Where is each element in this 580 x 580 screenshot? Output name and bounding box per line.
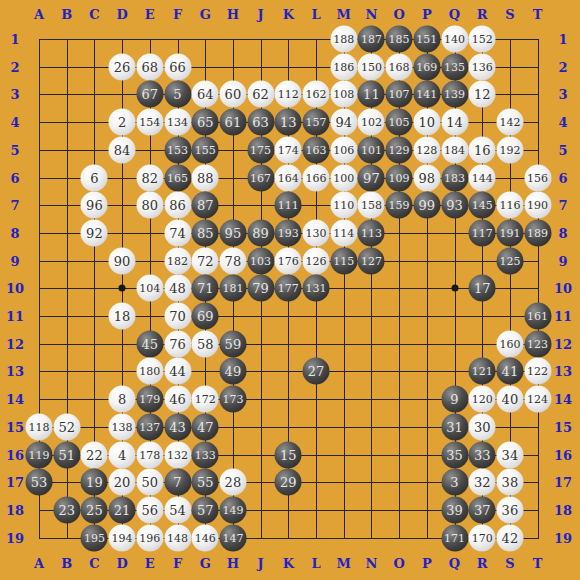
move-number: 61 (225, 116, 242, 129)
stone-F18: 54 (164, 496, 191, 523)
col-label-top-S: S (505, 7, 514, 22)
move-number: 167 (250, 172, 271, 183)
stone-M5: 106 (330, 136, 357, 163)
stone-P2: 169 (413, 53, 440, 80)
move-number: 121 (472, 366, 493, 377)
stone-H14: 173 (219, 386, 246, 413)
move-number: 97 (363, 171, 380, 184)
move-number: 159 (389, 200, 410, 211)
move-number: 181 (222, 283, 243, 294)
move-number: 39 (446, 503, 463, 516)
move-number: 190 (527, 200, 548, 211)
col-label-bottom-A: A (34, 556, 44, 571)
move-number: 23 (58, 503, 75, 516)
row-label-left-4: 4 (10, 115, 19, 130)
stone-K4: 13 (275, 109, 302, 136)
stone-J8: 89 (247, 219, 274, 246)
col-label-top-J: J (258, 7, 264, 22)
move-number: 169 (416, 61, 437, 72)
move-number: 56 (142, 503, 159, 516)
stone-L13: 27 (303, 358, 330, 385)
stone-G5: 155 (192, 136, 219, 163)
stone-R10: 17 (469, 275, 496, 302)
move-number: 80 (142, 199, 159, 212)
stone-C7: 96 (81, 192, 108, 219)
stone-S18: 36 (496, 496, 523, 523)
move-number: 25 (86, 503, 103, 516)
stone-F17: 7 (164, 469, 191, 496)
grid-line-horizontal (39, 371, 539, 372)
stone-E19: 196 (136, 524, 163, 551)
stone-K17: 29 (275, 469, 302, 496)
stone-F2: 66 (164, 53, 191, 80)
stone-Q18: 39 (441, 496, 468, 523)
move-number: 125 (499, 255, 520, 266)
stone-H12: 59 (219, 330, 246, 357)
stone-N5: 101 (358, 136, 385, 163)
move-number: 101 (361, 144, 382, 155)
stone-F19: 148 (164, 524, 191, 551)
stone-R8: 117 (469, 219, 496, 246)
row-label-right-11: 11 (554, 309, 572, 324)
stone-R5: 16 (469, 136, 496, 163)
col-label-bottom-M: M (336, 556, 350, 571)
col-label-top-Q: Q (449, 7, 460, 22)
move-number: 124 (527, 394, 548, 405)
move-number: 49 (225, 365, 242, 378)
row-label-right-13: 13 (554, 364, 572, 379)
row-label-right-15: 15 (554, 419, 572, 434)
col-label-top-F: F (173, 7, 182, 22)
move-number: 16 (474, 143, 491, 156)
move-number: 156 (527, 172, 548, 183)
stone-T6: 156 (524, 164, 551, 191)
stone-J9: 103 (247, 247, 274, 274)
stone-N6: 97 (358, 164, 385, 191)
move-number: 153 (167, 144, 188, 155)
move-number: 90 (114, 254, 131, 267)
move-number: 82 (142, 171, 159, 184)
stone-A15: 118 (26, 413, 53, 440)
row-label-right-10: 10 (554, 281, 572, 296)
stone-C8: 92 (81, 219, 108, 246)
move-number: 122 (527, 366, 548, 377)
row-label-right-14: 14 (554, 392, 572, 407)
move-number: 3 (450, 476, 458, 489)
move-number: 102 (361, 117, 382, 128)
stone-D14: 8 (109, 386, 136, 413)
move-number: 36 (502, 503, 519, 516)
col-label-top-A: A (34, 7, 44, 22)
row-label-left-7: 7 (10, 198, 19, 213)
move-number: 88 (197, 171, 214, 184)
move-number: 106 (333, 144, 354, 155)
stone-J3: 62 (247, 81, 274, 108)
stone-S5: 192 (496, 136, 523, 163)
stone-R6: 144 (469, 164, 496, 191)
move-number: 89 (252, 226, 269, 239)
stone-C19: 195 (81, 524, 108, 551)
stone-O5: 129 (386, 136, 413, 163)
stone-K5: 174 (275, 136, 302, 163)
row-label-left-2: 2 (10, 59, 19, 74)
stone-R15: 30 (469, 413, 496, 440)
stone-R3: 12 (469, 81, 496, 108)
stone-K10: 177 (275, 275, 302, 302)
stone-P7: 99 (413, 192, 440, 219)
move-number: 138 (112, 421, 133, 432)
row-label-right-1: 1 (558, 32, 567, 47)
stone-M7: 110 (330, 192, 357, 219)
stone-E3: 67 (136, 81, 163, 108)
move-number: 161 (527, 311, 548, 322)
stone-L8: 130 (303, 219, 330, 246)
move-number: 4 (118, 448, 126, 461)
stone-G7: 87 (192, 192, 219, 219)
move-number: 68 (142, 60, 159, 73)
move-number: 148 (167, 532, 188, 543)
move-number: 134 (167, 117, 188, 128)
col-label-bottom-Q: Q (449, 556, 460, 571)
stone-N7: 158 (358, 192, 385, 219)
move-number: 10 (419, 116, 436, 129)
move-number: 119 (29, 449, 50, 460)
move-number: 194 (112, 532, 133, 543)
move-number: 6 (90, 171, 98, 184)
move-number: 123 (527, 338, 548, 349)
move-number: 151 (416, 34, 437, 45)
move-number: 114 (333, 227, 354, 238)
move-number: 191 (499, 227, 520, 238)
move-number: 26 (114, 60, 131, 73)
stone-K8: 193 (275, 219, 302, 246)
stone-Q4: 14 (441, 109, 468, 136)
move-number: 172 (195, 394, 216, 405)
stone-O7: 159 (386, 192, 413, 219)
stone-F15: 43 (164, 413, 191, 440)
stone-M2: 186 (330, 53, 357, 80)
row-label-left-5: 5 (10, 142, 19, 157)
move-number: 171 (444, 532, 465, 543)
move-number: 133 (195, 449, 216, 460)
stone-M4: 94 (330, 109, 357, 136)
stone-L3: 162 (303, 81, 330, 108)
col-label-top-P: P (422, 7, 432, 22)
move-number: 74 (169, 226, 186, 239)
stone-G10: 71 (192, 275, 219, 302)
move-number: 113 (361, 227, 382, 238)
stone-R17: 32 (469, 469, 496, 496)
move-number: 78 (225, 254, 242, 267)
stone-J4: 63 (247, 109, 274, 136)
stone-F10: 48 (164, 275, 191, 302)
col-label-top-E: E (145, 7, 155, 22)
move-number: 107 (389, 89, 410, 100)
move-number: 9 (450, 393, 458, 406)
star-point-Q10 (451, 285, 458, 292)
grid-line-horizontal (39, 344, 539, 345)
stone-E4: 154 (136, 109, 163, 136)
stone-Q17: 3 (441, 469, 468, 496)
stone-P5: 128 (413, 136, 440, 163)
row-label-left-9: 9 (10, 253, 19, 268)
move-number: 37 (474, 503, 491, 516)
stone-G18: 57 (192, 496, 219, 523)
move-number: 140 (444, 34, 465, 45)
move-number: 71 (197, 282, 214, 295)
move-number: 52 (58, 420, 75, 433)
stone-O6: 109 (386, 164, 413, 191)
move-number: 139 (444, 89, 465, 100)
stone-F13: 44 (164, 358, 191, 385)
stone-K9: 176 (275, 247, 302, 274)
stone-F8: 74 (164, 219, 191, 246)
move-number: 17 (474, 282, 491, 295)
stone-M1: 188 (330, 26, 357, 53)
row-label-left-16: 16 (6, 447, 24, 462)
move-number: 18 (114, 310, 131, 323)
move-number: 127 (361, 255, 382, 266)
col-label-bottom-K: K (283, 556, 294, 571)
stone-G11: 69 (192, 303, 219, 330)
move-number: 163 (306, 144, 327, 155)
move-number: 55 (197, 476, 214, 489)
row-label-right-17: 17 (554, 475, 572, 490)
stone-R16: 33 (469, 441, 496, 468)
stone-P3: 141 (413, 81, 440, 108)
stone-Q5: 184 (441, 136, 468, 163)
row-label-left-6: 6 (10, 170, 19, 185)
move-number: 145 (472, 200, 493, 211)
stone-F4: 134 (164, 109, 191, 136)
move-number: 158 (361, 200, 382, 211)
col-label-top-D: D (116, 7, 127, 22)
move-number: 128 (416, 144, 437, 155)
stone-C18: 25 (81, 496, 108, 523)
stone-C17: 19 (81, 469, 108, 496)
stone-H3: 60 (219, 81, 246, 108)
move-number: 130 (306, 227, 327, 238)
col-label-bottom-D: D (116, 556, 127, 571)
move-number: 7 (173, 476, 181, 489)
stone-Q16: 35 (441, 441, 468, 468)
row-label-left-15: 15 (6, 419, 24, 434)
stone-H4: 61 (219, 109, 246, 136)
move-number: 152 (472, 34, 493, 45)
move-number: 108 (333, 89, 354, 100)
col-label-bottom-H: H (227, 556, 239, 571)
stone-L5: 163 (303, 136, 330, 163)
stone-R14: 120 (469, 386, 496, 413)
stone-G19: 146 (192, 524, 219, 551)
stone-D2: 26 (109, 53, 136, 80)
stone-S14: 40 (496, 386, 523, 413)
stone-E18: 56 (136, 496, 163, 523)
stone-G15: 47 (192, 413, 219, 440)
move-number: 33 (474, 448, 491, 461)
move-number: 8 (118, 393, 126, 406)
move-number: 131 (306, 283, 327, 294)
row-label-right-5: 5 (558, 142, 567, 157)
col-label-bottom-P: P (422, 556, 432, 571)
move-number: 170 (472, 532, 493, 543)
stone-E6: 82 (136, 164, 163, 191)
stone-L10: 131 (303, 275, 330, 302)
stone-N3: 11 (358, 81, 385, 108)
move-number: 53 (31, 476, 48, 489)
move-number: 195 (84, 532, 105, 543)
stone-G16: 133 (192, 441, 219, 468)
move-number: 19 (86, 476, 103, 489)
move-number: 44 (169, 365, 186, 378)
move-number: 63 (252, 116, 269, 129)
move-number: 180 (139, 366, 160, 377)
move-number: 173 (222, 394, 243, 405)
stone-J6: 167 (247, 164, 274, 191)
stone-T12: 123 (524, 330, 551, 357)
move-number: 40 (502, 393, 519, 406)
move-number: 95 (225, 226, 242, 239)
stone-F14: 46 (164, 386, 191, 413)
move-number: 54 (169, 503, 186, 516)
move-number: 27 (308, 365, 325, 378)
move-number: 65 (197, 116, 214, 129)
col-label-top-B: B (61, 7, 72, 22)
col-label-top-T: T (533, 7, 543, 22)
move-number: 186 (333, 61, 354, 72)
move-number: 111 (278, 200, 299, 211)
star-point-D10 (119, 285, 126, 292)
row-label-left-14: 14 (6, 392, 24, 407)
col-label-bottom-B: B (61, 556, 72, 571)
stone-C6: 6 (81, 164, 108, 191)
move-number: 46 (169, 393, 186, 406)
move-number: 196 (139, 532, 160, 543)
move-number: 70 (169, 310, 186, 323)
move-number: 115 (333, 255, 354, 266)
stone-J10: 79 (247, 275, 274, 302)
row-label-right-19: 19 (554, 530, 572, 545)
stone-N8: 113 (358, 219, 385, 246)
row-label-left-10: 10 (6, 281, 24, 296)
move-number: 41 (502, 365, 519, 378)
stone-M9: 115 (330, 247, 357, 274)
col-label-top-M: M (336, 7, 350, 22)
stone-S17: 38 (496, 469, 523, 496)
stone-K7: 111 (275, 192, 302, 219)
move-number: 164 (278, 172, 299, 183)
stone-F6: 165 (164, 164, 191, 191)
stone-N1: 187 (358, 26, 385, 53)
move-number: 96 (86, 199, 103, 212)
row-label-right-4: 4 (558, 115, 567, 130)
row-label-right-3: 3 (558, 87, 567, 102)
stone-L4: 157 (303, 109, 330, 136)
stone-S16: 34 (496, 441, 523, 468)
move-number: 112 (278, 89, 299, 100)
stone-H17: 28 (219, 469, 246, 496)
move-number: 192 (499, 144, 520, 155)
stone-G4: 65 (192, 109, 219, 136)
move-number: 15 (280, 448, 297, 461)
move-number: 144 (472, 172, 493, 183)
stone-S4: 142 (496, 109, 523, 136)
move-number: 110 (333, 200, 354, 211)
move-number: 28 (225, 476, 242, 489)
move-number: 104 (139, 283, 160, 294)
stone-E14: 179 (136, 386, 163, 413)
stone-G9: 72 (192, 247, 219, 274)
stone-H19: 147 (219, 524, 246, 551)
move-number: 166 (306, 172, 327, 183)
col-label-bottom-N: N (365, 556, 377, 571)
move-number: 100 (333, 172, 354, 183)
row-label-left-13: 13 (6, 364, 24, 379)
stone-G6: 88 (192, 164, 219, 191)
stone-E16: 178 (136, 441, 163, 468)
stone-K16: 15 (275, 441, 302, 468)
stone-M8: 114 (330, 219, 357, 246)
row-label-right-2: 2 (558, 59, 567, 74)
col-label-top-N: N (365, 7, 377, 22)
row-label-left-11: 11 (6, 309, 24, 324)
go-board[interactable]: AABBCCDDEEFFGGHHJJKKLLMMNNOOPPQQRRSSTT11… (0, 0, 580, 580)
move-number: 193 (278, 227, 299, 238)
stone-P1: 151 (413, 26, 440, 53)
move-number: 188 (333, 34, 354, 45)
move-number: 79 (252, 282, 269, 295)
row-label-left-3: 3 (10, 87, 19, 102)
stone-G17: 55 (192, 469, 219, 496)
col-label-top-O: O (393, 7, 404, 22)
move-number: 118 (29, 421, 50, 432)
stone-E15: 137 (136, 413, 163, 440)
move-number: 183 (444, 172, 465, 183)
move-number: 5 (173, 88, 181, 101)
col-label-bottom-T: T (533, 556, 543, 571)
stone-Q2: 135 (441, 53, 468, 80)
move-number: 48 (169, 282, 186, 295)
move-number: 105 (389, 117, 410, 128)
move-number: 135 (444, 61, 465, 72)
move-number: 98 (419, 171, 436, 184)
stone-G12: 58 (192, 330, 219, 357)
stone-D16: 4 (109, 441, 136, 468)
stone-L9: 126 (303, 247, 330, 274)
stone-D4: 2 (109, 109, 136, 136)
move-number: 175 (250, 144, 271, 155)
move-number: 168 (389, 61, 410, 72)
col-label-top-K: K (283, 7, 294, 22)
move-number: 2 (118, 116, 126, 129)
stone-G14: 172 (192, 386, 219, 413)
stone-Q3: 139 (441, 81, 468, 108)
move-number: 184 (444, 144, 465, 155)
stone-R2: 136 (469, 53, 496, 80)
stone-B16: 51 (53, 441, 80, 468)
stone-O1: 185 (386, 26, 413, 53)
row-label-right-9: 9 (558, 253, 567, 268)
col-label-top-L: L (311, 7, 320, 22)
stone-E17: 50 (136, 469, 163, 496)
stone-F12: 76 (164, 330, 191, 357)
stone-R7: 145 (469, 192, 496, 219)
col-label-bottom-S: S (505, 556, 514, 571)
move-number: 58 (197, 337, 214, 350)
stone-R19: 170 (469, 524, 496, 551)
stone-G8: 85 (192, 219, 219, 246)
col-label-bottom-O: O (393, 556, 404, 571)
